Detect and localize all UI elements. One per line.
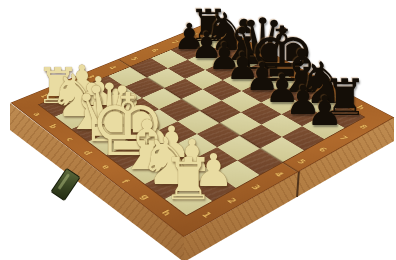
coord-file-h: h xyxy=(159,209,173,218)
coord-file-f: f xyxy=(119,178,131,185)
coord-file-e-far: e xyxy=(293,71,304,76)
coord-rank-7: 7 xyxy=(170,40,180,45)
coord-file-c-far: c xyxy=(255,51,265,56)
chess-set-photo: aabbccddeeffgghh1122334455667788 ♜♞♝♛♚♝♞… xyxy=(0,0,396,260)
coord-file-g-far: g xyxy=(333,93,344,99)
coord-file-b: b xyxy=(47,123,59,130)
coord-file-e: e xyxy=(100,163,113,170)
coord-file-g: g xyxy=(138,193,152,201)
coord-rank-6-far: 6 xyxy=(317,146,329,153)
coord-rank-4: 4 xyxy=(108,65,119,70)
coord-rank-4-far: 4 xyxy=(273,170,286,178)
coord-rank-2-far: 2 xyxy=(225,197,238,205)
coord-file-a: a xyxy=(31,111,43,117)
coord-file-d-far: d xyxy=(273,61,284,66)
coord-rank-5: 5 xyxy=(129,56,140,61)
chess-board: aabbccddeeffgghh1122334455667788 xyxy=(11,21,395,237)
coord-rank-7-far: 7 xyxy=(338,135,350,142)
coord-file-d: d xyxy=(81,149,94,156)
coord-rank-8-far: 8 xyxy=(358,124,370,131)
coord-file-b-far: b xyxy=(237,42,247,47)
coord-file-f-far: f xyxy=(314,82,323,87)
coord-rank-3: 3 xyxy=(85,74,96,79)
coord-rank-6: 6 xyxy=(150,48,161,53)
coord-rank-2: 2 xyxy=(62,83,73,89)
coord-file-c: c xyxy=(64,136,76,142)
coord-rank-3-far: 3 xyxy=(250,183,263,191)
coord-file-h-far: h xyxy=(355,104,366,110)
coord-rank-5-far: 5 xyxy=(296,158,308,165)
coord-rank-1-far: 1 xyxy=(200,210,214,219)
coord-file-a-far: a xyxy=(220,33,230,38)
playing-surface xyxy=(38,33,366,216)
coord-rank-8: 8 xyxy=(190,32,200,37)
coord-rank-1: 1 xyxy=(39,93,51,99)
